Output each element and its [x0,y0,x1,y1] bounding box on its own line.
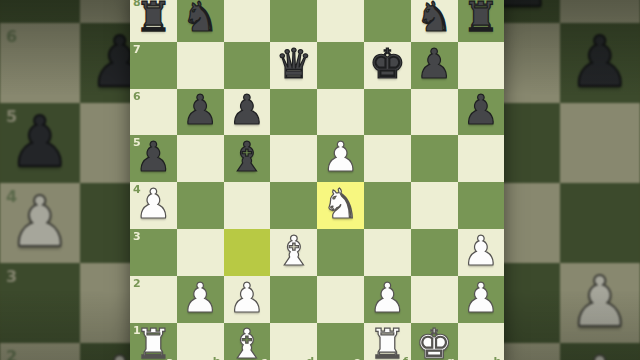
bg-rank-label-2: 2 [6,347,17,360]
bg-square-a5: 5♟ [0,103,80,183]
square-b8[interactable]: ♞ [177,0,224,42]
square-e1[interactable]: e [317,323,364,360]
bg-white-pawn: ♟ [569,347,632,360]
white-king[interactable]: ♚ [416,324,453,360]
rank-label-7: 7 [133,43,141,56]
square-b2[interactable]: ♟ [177,276,224,323]
black-pawn[interactable]: ♟ [135,137,172,178]
square-h5[interactable] [458,135,505,182]
square-f7[interactable]: ♚ [364,42,411,89]
white-bishop[interactable]: ♝ [275,231,312,272]
bg-square-h2: ♟ [560,343,640,360]
square-f5[interactable] [364,135,411,182]
square-d5[interactable] [270,135,317,182]
scene: 8♜♞♞♜7♛♚♟6♟♟♟5♟♝♟4♟♞3♝♟2♟♟♟♟1a♜bc♝def♜g♚… [0,0,640,360]
square-b4[interactable] [177,182,224,229]
file-label-h: h [494,355,502,360]
square-a7[interactable]: 7 [130,42,177,89]
square-c1[interactable]: c♝ [224,323,271,360]
square-b3[interactable] [177,229,224,276]
white-rook[interactable]: ♜ [369,324,406,360]
square-g5[interactable] [411,135,458,182]
black-rook[interactable]: ♜ [135,0,172,38]
square-e8[interactable] [317,0,364,42]
square-e6[interactable] [317,89,364,136]
square-d6[interactable] [270,89,317,136]
square-g2[interactable] [411,276,458,323]
square-c5[interactable]: ♝ [224,135,271,182]
rank-label-2: 2 [133,277,141,290]
square-a8[interactable]: 8♜ [130,0,177,42]
bg-square-h3: ♟ [560,263,640,343]
square-d1[interactable]: d [270,323,317,360]
bg-square-a4: 4♟ [0,183,80,263]
black-knight[interactable]: ♞ [182,0,219,38]
square-d4[interactable] [270,182,317,229]
bg-square-h6: ♟ [560,23,640,103]
black-knight[interactable]: ♞ [416,0,453,38]
black-pawn[interactable]: ♟ [229,90,266,131]
bg-square-a2: 2 [0,343,80,360]
square-e4[interactable]: ♞ [317,182,364,229]
bg-white-pawn: ♟ [569,267,632,337]
white-pawn[interactable]: ♟ [369,278,406,319]
bg-square-a7: 7 [0,0,80,23]
square-f2[interactable]: ♟ [364,276,411,323]
bg-square-a3: 3 [0,263,80,343]
square-f4[interactable] [364,182,411,229]
white-pawn[interactable]: ♟ [229,278,266,319]
bg-black-pawn: ♟ [569,27,632,97]
square-a2[interactable]: 2 [130,276,177,323]
square-a6[interactable]: 6 [130,89,177,136]
square-f8[interactable] [364,0,411,42]
bg-rank-label-6: 6 [6,27,17,46]
square-g4[interactable] [411,182,458,229]
chess-board: 8♜♞♞♜7♛♚♟6♟♟♟5♟♝♟4♟♞3♝♟2♟♟♟♟1a♜bc♝def♜g♚… [130,0,504,360]
white-pawn[interactable]: ♟ [463,278,500,319]
white-pawn[interactable]: ♟ [135,184,172,225]
black-rook[interactable]: ♜ [463,0,500,38]
square-b5[interactable] [177,135,224,182]
black-pawn[interactable]: ♟ [182,90,219,131]
white-rook[interactable]: ♜ [135,324,172,360]
white-pawn[interactable]: ♟ [463,231,500,272]
bg-square-h4 [560,183,640,263]
square-h7[interactable] [458,42,505,89]
square-b7[interactable] [177,42,224,89]
square-g1[interactable]: g♚ [411,323,458,360]
bg-rank-label-3: 3 [6,267,17,286]
square-a1[interactable]: 1a♜ [130,323,177,360]
square-g8[interactable]: ♞ [411,0,458,42]
black-pawn[interactable]: ♟ [416,44,453,85]
square-c6[interactable]: ♟ [224,89,271,136]
bg-square-a6: 6 [0,23,80,103]
square-a3[interactable]: 3 [130,229,177,276]
square-a4[interactable]: 4♟ [130,182,177,229]
square-g6[interactable] [411,89,458,136]
bg-black-pawn: ♟ [9,107,72,177]
square-d3[interactable]: ♝ [270,229,317,276]
black-bishop[interactable]: ♝ [229,137,266,178]
square-a5[interactable]: 5♟ [130,135,177,182]
square-e3[interactable] [317,229,364,276]
square-h6[interactable]: ♟ [458,89,505,136]
square-c2[interactable]: ♟ [224,276,271,323]
square-f3[interactable] [364,229,411,276]
rank-label-6: 6 [133,90,141,103]
square-h1[interactable]: h [458,323,505,360]
square-f6[interactable] [364,89,411,136]
square-g3[interactable] [411,229,458,276]
square-d2[interactable] [270,276,317,323]
square-e7[interactable] [317,42,364,89]
square-e2[interactable] [317,276,364,323]
rank-label-3: 3 [133,230,141,243]
square-c3[interactable] [224,229,271,276]
square-b6[interactable]: ♟ [177,89,224,136]
square-h2[interactable]: ♟ [458,276,505,323]
black-king[interactable]: ♚ [369,44,406,85]
bg-square-h5 [560,103,640,183]
black-queen[interactable]: ♛ [275,44,312,85]
square-d7[interactable]: ♛ [270,42,317,89]
square-h8[interactable]: ♜ [458,0,505,42]
square-d8[interactable] [270,0,317,42]
square-h3[interactable]: ♟ [458,229,505,276]
white-pawn[interactable]: ♟ [322,137,359,178]
file-label-d: d [306,355,314,360]
square-c8[interactable] [224,0,271,42]
square-c4[interactable] [224,182,271,229]
square-f1[interactable]: f♜ [364,323,411,360]
bg-white-pawn: ♟ [9,187,72,257]
white-pawn[interactable]: ♟ [182,278,219,319]
bg-square-h7 [560,0,640,23]
white-knight[interactable]: ♞ [322,184,359,225]
black-pawn[interactable]: ♟ [463,90,500,131]
square-g7[interactable]: ♟ [411,42,458,89]
square-e5[interactable]: ♟ [317,135,364,182]
file-label-b: b [213,355,221,360]
square-b1[interactable]: b [177,323,224,360]
square-c7[interactable] [224,42,271,89]
white-bishop[interactable]: ♝ [229,324,266,360]
file-label-e: e [354,355,361,360]
square-h4[interactable] [458,182,505,229]
